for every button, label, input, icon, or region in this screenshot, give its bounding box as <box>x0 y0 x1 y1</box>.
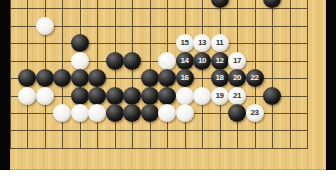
stone-black <box>141 87 159 105</box>
stone-black <box>71 87 89 105</box>
stone-black: 12 <box>211 52 229 70</box>
go-board[interactable]: 1513111410121716182022192123 <box>10 0 326 170</box>
move-number-label: 20 <box>233 69 241 87</box>
move-number-label: 19 <box>216 87 224 105</box>
stone-black <box>106 87 124 105</box>
stone-white <box>53 104 71 122</box>
stone-black <box>106 52 124 70</box>
stone-black <box>141 69 159 87</box>
stone-white: 13 <box>193 34 211 52</box>
move-number-label: 13 <box>198 34 206 52</box>
grid-line-horizontal <box>10 148 308 149</box>
stone-white: 15 <box>176 34 194 52</box>
move-number-label: 23 <box>251 104 259 122</box>
stone-black <box>228 104 246 122</box>
stone-black <box>71 69 89 87</box>
stone-white: 17 <box>228 52 246 70</box>
stone-black <box>88 87 106 105</box>
move-number-label: 15 <box>181 34 189 52</box>
stone-white <box>71 52 89 70</box>
move-number-label: 11 <box>216 34 223 52</box>
stone-white <box>176 87 194 105</box>
stone-white: 11 <box>211 34 229 52</box>
letterbox-right <box>326 0 336 170</box>
stone-white <box>71 104 89 122</box>
grid-line-horizontal <box>10 26 308 27</box>
stone-black <box>123 87 141 105</box>
stone-black <box>158 69 176 87</box>
stone-white <box>193 87 211 105</box>
move-number-label: 21 <box>233 87 241 105</box>
stone-white: 23 <box>246 104 264 122</box>
grid-line-vertical <box>115 0 116 148</box>
letterbox-left <box>0 0 10 170</box>
stone-white <box>176 104 194 122</box>
move-number-label: 17 <box>233 52 241 70</box>
stone-black <box>71 34 89 52</box>
move-number-label: 16 <box>181 69 189 87</box>
stone-black: 22 <box>246 69 264 87</box>
stone-white <box>36 87 54 105</box>
stone-black <box>123 104 141 122</box>
stone-black <box>18 69 36 87</box>
grid-line-horizontal <box>10 130 308 131</box>
stone-black <box>211 0 229 8</box>
grid-line-vertical <box>202 0 203 148</box>
grid-line-vertical <box>272 0 273 148</box>
stone-white <box>88 104 106 122</box>
stone-white <box>36 17 54 35</box>
stone-white: 19 <box>211 87 229 105</box>
stone-black: 14 <box>176 52 194 70</box>
stone-black <box>106 104 124 122</box>
stone-black: 18 <box>211 69 229 87</box>
move-number-label: 18 <box>216 69 224 87</box>
stone-black <box>53 69 71 87</box>
move-number-label: 22 <box>251 69 259 87</box>
app-screen: 1513111410121716182022192123 <box>0 0 336 189</box>
stone-black <box>141 104 159 122</box>
grid-line-vertical <box>10 0 11 148</box>
move-number-label: 14 <box>181 52 189 70</box>
grid-line-vertical <box>307 0 308 148</box>
move-number-label: 10 <box>198 52 206 70</box>
grid-line-horizontal <box>10 43 308 44</box>
stone-white <box>158 52 176 70</box>
stone-black <box>123 52 141 70</box>
stone-white <box>18 87 36 105</box>
stone-white: 21 <box>228 87 246 105</box>
bottom-margin <box>0 170 336 189</box>
grid-line-horizontal <box>10 8 308 9</box>
stone-black: 16 <box>176 69 194 87</box>
stone-black: 10 <box>193 52 211 70</box>
stone-black: 20 <box>228 69 246 87</box>
stone-black <box>36 69 54 87</box>
stone-black <box>263 87 281 105</box>
stone-black <box>263 0 281 8</box>
grid-line-vertical <box>290 0 291 148</box>
stone-black <box>88 69 106 87</box>
stone-black <box>158 87 176 105</box>
grid-line-vertical <box>132 0 133 148</box>
move-number-label: 12 <box>216 52 224 70</box>
stone-white <box>158 104 176 122</box>
